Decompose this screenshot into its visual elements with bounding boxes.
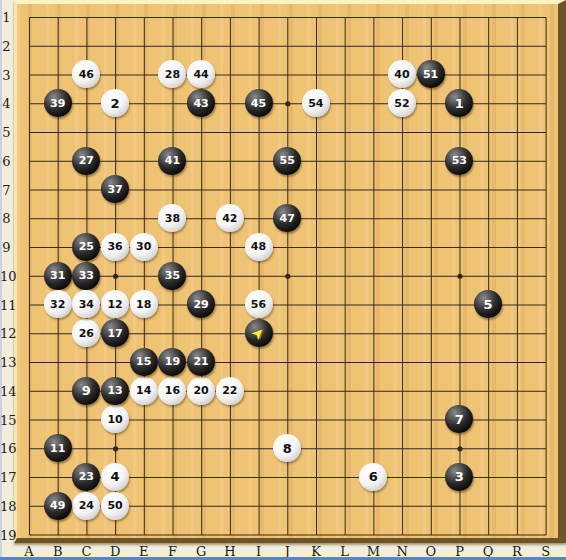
stone-move-36[interactable]: 36	[101, 233, 129, 261]
stone-move-17[interactable]: 17	[101, 319, 129, 347]
row-label-19: 19	[0, 529, 13, 542]
row-label-2: 2	[0, 40, 13, 53]
stone-move-12[interactable]: 12	[101, 290, 129, 318]
stone-move-30[interactable]: 30	[130, 233, 158, 261]
row-label-5: 5	[0, 126, 13, 139]
stone-move-13[interactable]: 13	[101, 377, 129, 405]
last-move-arrow-icon: ➤	[249, 323, 269, 343]
stone-move-33[interactable]: 33	[72, 262, 100, 290]
stone-move-54[interactable]: 54	[302, 89, 330, 117]
stone-move-14[interactable]: 14	[130, 377, 158, 405]
stone-move-51[interactable]: 51	[417, 60, 445, 88]
stone-move-48[interactable]: 48	[245, 233, 273, 261]
stone-move-24[interactable]: 24	[72, 492, 100, 520]
stone-move-4[interactable]: 4	[101, 463, 129, 491]
stone-move-45[interactable]: 45	[245, 89, 273, 117]
row-label-3: 3	[0, 69, 13, 82]
stone-move-32[interactable]: 32	[44, 290, 72, 318]
stone-move-8[interactable]: 8	[273, 434, 301, 462]
stone-move-15[interactable]: 15	[130, 348, 158, 376]
stone-move-21[interactable]: 21	[187, 348, 215, 376]
stone-move-41[interactable]: 41	[158, 147, 186, 175]
stone-move-34[interactable]: 34	[72, 290, 100, 318]
stone-move-27[interactable]: 27	[72, 147, 100, 175]
row-label-15: 15	[0, 414, 13, 427]
stone-grid[interactable]: 1234567891011121314151617181920212223242…	[15, 3, 560, 549]
row-label-4: 4	[0, 97, 13, 110]
row-label-16: 16	[0, 442, 13, 455]
stone-move-50[interactable]: 50	[101, 492, 129, 520]
stone-move-55[interactable]: 55	[273, 147, 301, 175]
stone-move-43[interactable]: 43	[187, 89, 215, 117]
stone-move-1[interactable]: 1	[445, 89, 473, 117]
row-label-17: 17	[0, 471, 13, 484]
stone-move-23[interactable]: 23	[72, 463, 100, 491]
row-label-1: 1	[0, 11, 13, 24]
row-label-7: 7	[0, 184, 13, 197]
stone-move-40[interactable]: 40	[388, 60, 416, 88]
row-label-18: 18	[0, 500, 13, 513]
stone-move-29[interactable]: 29	[187, 290, 215, 318]
row-label-11: 11	[0, 299, 13, 312]
stone-move-2[interactable]: 2	[101, 89, 129, 117]
stone-move-26[interactable]: 26	[72, 319, 100, 347]
row-label-6: 6	[0, 155, 13, 168]
stone-move-9[interactable]: 9	[72, 377, 100, 405]
stone-move-38[interactable]: 38	[158, 204, 186, 232]
stone-move-7[interactable]: 7	[445, 405, 473, 433]
stone-move-6[interactable]: 6	[359, 463, 387, 491]
row-label-8: 8	[0, 212, 13, 225]
row-label-12: 12	[0, 327, 13, 340]
stone-move-3[interactable]: 3	[445, 463, 473, 491]
stone-move-20[interactable]: 20	[187, 377, 215, 405]
stone-move-44[interactable]: 44	[187, 60, 215, 88]
stone-move-10[interactable]: 10	[101, 405, 129, 433]
row-label-10: 10	[0, 270, 13, 283]
stone-move-18[interactable]: 18	[130, 290, 158, 318]
stone-move-46[interactable]: 46	[72, 60, 100, 88]
stone-move-47[interactable]: 47	[273, 204, 301, 232]
row-label-13: 13	[0, 356, 13, 369]
stone-move-39[interactable]: 39	[44, 89, 72, 117]
stone-move-49[interactable]: 49	[44, 492, 72, 520]
stone-move-52[interactable]: 52	[388, 89, 416, 117]
row-label-9: 9	[0, 241, 13, 254]
go-game-screen: 1234567891011121314151617181920212223242…	[0, 0, 566, 560]
stone-move-56[interactable]: 56	[245, 290, 273, 318]
stone-move-42[interactable]: 42	[216, 204, 244, 232]
stone-move-25[interactable]: 25	[72, 233, 100, 261]
stone-move-28[interactable]: 28	[158, 60, 186, 88]
stone-move-35[interactable]: 35	[158, 262, 186, 290]
stone-move-16[interactable]: 16	[158, 377, 186, 405]
stone-move-11[interactable]: 11	[44, 434, 72, 462]
stone-move-53[interactable]: 53	[445, 147, 473, 175]
stone-move-37[interactable]: 37	[101, 175, 129, 203]
stone-move-19[interactable]: 19	[158, 348, 186, 376]
stone-move-22[interactable]: 22	[216, 377, 244, 405]
row-label-14: 14	[0, 385, 13, 398]
stone-last-move-marked[interactable]: ➤	[245, 319, 273, 347]
stone-move-5[interactable]: 5	[474, 290, 502, 318]
goban[interactable]: 1234567891011121314151617181920212223242…	[14, 0, 566, 543]
stone-move-31[interactable]: 31	[44, 262, 72, 290]
